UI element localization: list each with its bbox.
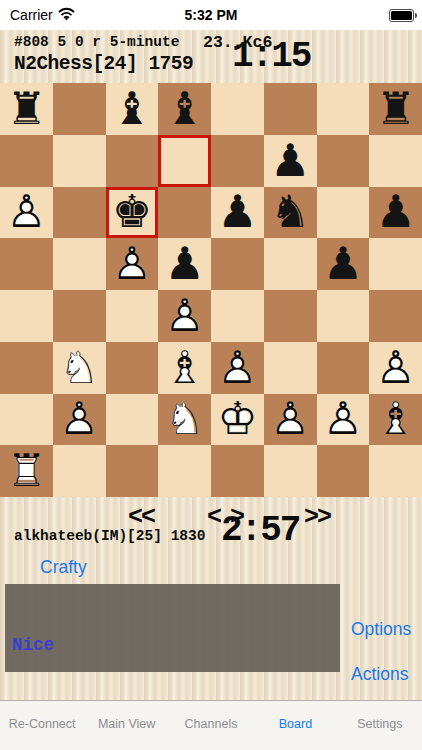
- square-e6[interactable]: ♟: [211, 187, 264, 239]
- square-h7[interactable]: [369, 135, 422, 187]
- square-b5[interactable]: [53, 238, 106, 290]
- square-g5[interactable]: ♟: [317, 238, 370, 290]
- square-a7[interactable]: [0, 135, 53, 187]
- square-c6[interactable]: ♚: [106, 187, 159, 239]
- piece-white-knight[interactable]: ♞♘: [164, 394, 204, 444]
- piece-black-king[interactable]: ♚: [112, 187, 152, 237]
- piece-white-pawn[interactable]: ♟♙: [270, 394, 310, 444]
- chat-line: Nice: [12, 634, 333, 657]
- actions-link[interactable]: Actions: [351, 664, 408, 685]
- square-c8[interactable]: ♝: [106, 83, 159, 135]
- square-a1[interactable]: ♜♖: [0, 445, 53, 497]
- square-f7[interactable]: ♟: [264, 135, 317, 187]
- square-c1[interactable]: [106, 445, 159, 497]
- square-b1[interactable]: [53, 445, 106, 497]
- piece-white-pawn[interactable]: ♟♙: [112, 239, 152, 289]
- square-h1[interactable]: [369, 445, 422, 497]
- square-g7[interactable]: [317, 135, 370, 187]
- square-b3[interactable]: ♞♘: [53, 342, 106, 394]
- square-d8[interactable]: ♝: [158, 83, 211, 135]
- square-e8[interactable]: [211, 83, 264, 135]
- piece-white-bishop[interactable]: ♝♗: [375, 394, 415, 444]
- piece-white-pawn[interactable]: ♟♙: [164, 291, 204, 341]
- tab-settings[interactable]: Settings: [338, 701, 422, 731]
- square-c4[interactable]: [106, 290, 159, 342]
- square-a4[interactable]: [0, 290, 53, 342]
- square-h3[interactable]: ♟♙: [369, 342, 422, 394]
- square-d7[interactable]: [158, 135, 211, 187]
- square-g8[interactable]: [317, 83, 370, 135]
- square-d3[interactable]: ♝♗: [158, 342, 211, 394]
- player-clock: 2:57: [221, 512, 299, 550]
- chess-board[interactable]: ♜♝♝♜♟♟♙♚♟♞♟♟♙♟♟♟♙♞♘♝♗♟♙♟♙♟♙♞♘♚♔♟♙♟♙♝♗♜♖: [0, 83, 422, 497]
- square-g4[interactable]: [317, 290, 370, 342]
- piece-white-pawn[interactable]: ♟♙: [6, 187, 46, 237]
- tab-channels[interactable]: Channels: [169, 701, 253, 731]
- square-d5[interactable]: ♟: [158, 238, 211, 290]
- opponent-name: N2Chess[24] 1759: [14, 53, 193, 75]
- opponent-clock: 1:15: [232, 39, 310, 75]
- piece-black-pawn[interactable]: ♟: [375, 187, 415, 237]
- tab-bar: Re-Connect Main View Channels Board Sett…: [0, 700, 422, 750]
- square-b2[interactable]: ♟♙: [53, 394, 106, 446]
- square-e1[interactable]: [211, 445, 264, 497]
- tab-board[interactable]: Board: [253, 701, 337, 731]
- chat-box: Nice 5:32:35 Rookers whispers: Nice: [5, 584, 340, 672]
- piece-white-pawn[interactable]: ♟♙: [59, 394, 99, 444]
- square-c2[interactable]: [106, 394, 159, 446]
- piece-black-pawn[interactable]: ♟: [217, 187, 257, 237]
- square-g6[interactable]: [317, 187, 370, 239]
- piece-black-pawn[interactable]: ♟: [164, 239, 204, 289]
- square-h6[interactable]: ♟: [369, 187, 422, 239]
- square-e5[interactable]: [211, 238, 264, 290]
- options-link[interactable]: Options: [351, 619, 411, 640]
- piece-black-rook[interactable]: ♜: [375, 84, 415, 134]
- square-f1[interactable]: [264, 445, 317, 497]
- square-a6[interactable]: ♟♙: [0, 187, 53, 239]
- nav-last-move-button[interactable]: >>: [304, 506, 330, 530]
- square-d2[interactable]: ♞♘: [158, 394, 211, 446]
- square-e7[interactable]: [211, 135, 264, 187]
- piece-white-pawn[interactable]: ♟♙: [323, 394, 363, 444]
- square-b7[interactable]: [53, 135, 106, 187]
- square-a5[interactable]: [0, 238, 53, 290]
- square-e4[interactable]: [211, 290, 264, 342]
- square-h2[interactable]: ♝♗: [369, 394, 422, 446]
- square-h8[interactable]: ♜: [369, 83, 422, 135]
- square-f2[interactable]: ♟♙: [264, 394, 317, 446]
- square-c3[interactable]: [106, 342, 159, 394]
- crafty-link[interactable]: Crafty: [40, 557, 87, 578]
- square-d4[interactable]: ♟♙: [158, 290, 211, 342]
- square-f4[interactable]: [264, 290, 317, 342]
- square-h4[interactable]: [369, 290, 422, 342]
- square-b4[interactable]: [53, 290, 106, 342]
- square-d1[interactable]: [158, 445, 211, 497]
- piece-white-pawn[interactable]: ♟♙: [217, 343, 257, 393]
- piece-black-bishop[interactable]: ♝: [112, 84, 152, 134]
- tab-main-view[interactable]: Main View: [84, 701, 168, 731]
- piece-white-bishop[interactable]: ♝♗: [164, 343, 204, 393]
- player-name: alkhateeb(IM)[25] 1830: [14, 528, 205, 544]
- piece-white-rook[interactable]: ♜♖: [6, 446, 46, 496]
- piece-white-king[interactable]: ♚♔: [217, 394, 257, 444]
- square-a2[interactable]: [0, 394, 53, 446]
- square-b8[interactable]: [53, 83, 106, 135]
- square-g3[interactable]: [317, 342, 370, 394]
- piece-black-rook[interactable]: ♜: [6, 84, 46, 134]
- square-g1[interactable]: [317, 445, 370, 497]
- square-e2[interactable]: ♚♔: [211, 394, 264, 446]
- square-f3[interactable]: [264, 342, 317, 394]
- square-h5[interactable]: [369, 238, 422, 290]
- square-e3[interactable]: ♟♙: [211, 342, 264, 394]
- nav-first-move-button[interactable]: <<: [128, 506, 154, 530]
- square-f8[interactable]: [264, 83, 317, 135]
- status-bar: Carrier 5:32 PM: [0, 0, 422, 30]
- game-info: #808 5 0 r 5-minute: [14, 34, 179, 50]
- piece-white-pawn[interactable]: ♟♙: [375, 343, 415, 393]
- square-c5[interactable]: ♟♙: [106, 238, 159, 290]
- square-f6[interactable]: ♞: [264, 187, 317, 239]
- square-c7[interactable]: [106, 135, 159, 187]
- chess-app-screen: Carrier 5:32 PM #808 5 0 r 5-minute 23..…: [0, 0, 422, 750]
- game-header: #808 5 0 r 5-minute 23..Kc6 N2Chess[24] …: [0, 30, 422, 83]
- piece-black-bishop[interactable]: ♝: [164, 84, 204, 134]
- piece-white-knight[interactable]: ♞♘: [59, 343, 99, 393]
- piece-black-knight[interactable]: ♞: [270, 187, 310, 237]
- nav-previous-move-button[interactable]: <: [207, 506, 220, 530]
- tab-reconnect[interactable]: Re-Connect: [0, 701, 84, 731]
- square-b6[interactable]: [53, 187, 106, 239]
- piece-black-pawn[interactable]: ♟: [323, 239, 363, 289]
- square-a8[interactable]: ♜: [0, 83, 53, 135]
- battery-icon: [389, 9, 414, 22]
- square-a3[interactable]: [0, 342, 53, 394]
- square-g2[interactable]: ♟♙: [317, 394, 370, 446]
- square-f5[interactable]: [264, 238, 317, 290]
- square-d6[interactable]: [158, 187, 211, 239]
- status-time: 5:32 PM: [0, 7, 422, 23]
- piece-black-pawn[interactable]: ♟: [270, 136, 310, 186]
